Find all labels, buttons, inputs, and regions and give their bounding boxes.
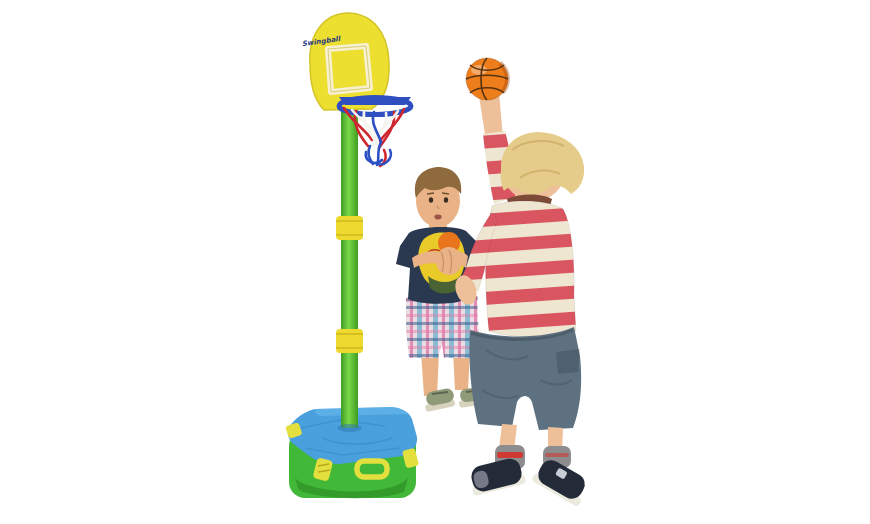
younger-head (415, 167, 461, 232)
scene-svg: Swingball (0, 0, 870, 524)
product-photo: Swingball (0, 0, 870, 524)
sock-stripe-right (545, 453, 569, 457)
younger-eye-right (444, 197, 448, 202)
older-striped-shirt (486, 201, 576, 337)
younger-eye-left (429, 197, 433, 202)
older-boy (452, 87, 592, 507)
pole-base-shadow (338, 424, 362, 432)
younger-plaid-shorts (406, 296, 479, 358)
pole-joint-lower (336, 329, 363, 353)
sock-stripe-left (497, 452, 523, 458)
younger-mouth (434, 215, 441, 220)
basketball (466, 58, 508, 100)
pole (341, 100, 358, 428)
shorts-pocket (556, 349, 580, 374)
older-cargo-shorts (469, 327, 581, 430)
pole-joint-upper (336, 216, 363, 240)
